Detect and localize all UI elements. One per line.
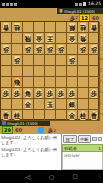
sente-player-icon bbox=[2, 121, 6, 125]
board-square[interactable]: 歩 bbox=[1, 88, 12, 99]
adjourn-button[interactable]: 中断 bbox=[78, 135, 91, 143]
board-square[interactable] bbox=[78, 77, 89, 88]
gote-piece-王[interactable]: 王 bbox=[46, 34, 54, 44]
board-square[interactable]: 金 bbox=[34, 33, 45, 44]
sente-piece-歩[interactable]: 歩 bbox=[90, 89, 98, 99]
board-square[interactable] bbox=[89, 66, 100, 77]
sente-byoyomi: 60 bbox=[14, 127, 23, 133]
app-screen: 16:25 ShogiL02 (1500) 歩 2 12 60 香桂銀桂香飛金王… bbox=[0, 0, 103, 183]
board-square[interactable] bbox=[34, 22, 45, 33]
board-square[interactable]: 歩 bbox=[12, 88, 23, 99]
gote-piece-桂[interactable]: 桂 bbox=[79, 23, 87, 33]
gote-piece-銀[interactable]: 銀 bbox=[68, 23, 76, 33]
board-square[interactable] bbox=[12, 99, 23, 110]
gote-clock-row: 歩 2 12 60 bbox=[0, 14, 103, 21]
board-square[interactable] bbox=[1, 33, 12, 44]
spectators-label: 観戦者 bbox=[64, 146, 77, 151]
battery-icon bbox=[83, 2, 86, 6]
gote-piece-飛[interactable]: 飛 bbox=[24, 34, 32, 44]
gote-piece-金[interactable]: 金 bbox=[68, 34, 76, 44]
board-square[interactable] bbox=[56, 22, 67, 33]
sente-hand-piece: 歩 bbox=[48, 127, 53, 133]
notification-icon bbox=[2, 3, 5, 6]
shogi-board[interactable]: 香桂銀桂香飛金王金角歩歩歩歩歩歩歩歩歩飛歩歩角歩歩歩歩歩金玉銀香桂金桂香 bbox=[0, 21, 99, 120]
sente-clock-row: 29 60 歩 2 bbox=[0, 126, 103, 134]
gote-hand-piece: 歩 bbox=[70, 15, 75, 21]
gote-piece-香[interactable]: 香 bbox=[90, 23, 98, 33]
board-square[interactable]: 桂 bbox=[12, 22, 23, 33]
menu-icon[interactable]: ⋮ bbox=[97, 170, 102, 183]
gote-piece-歩[interactable]: 歩 bbox=[90, 45, 98, 55]
gote-piece-角[interactable]: 角 bbox=[79, 34, 87, 44]
board-square[interactable]: 歩 bbox=[45, 44, 56, 55]
sente-piece-銀[interactable]: 銀 bbox=[68, 100, 76, 110]
board-square[interactable]: 香 bbox=[89, 22, 100, 33]
resign-button[interactable]: 投了 bbox=[63, 135, 76, 143]
board-area: 香桂銀桂香飛金王金角歩歩歩歩歩歩歩歩歩飛歩歩角歩歩歩歩歩金玉銀香桂金桂香 一二三… bbox=[0, 21, 103, 120]
board-square[interactable] bbox=[56, 99, 67, 110]
game-side-panel: 投了 中断 観戦者 1 mtriver bbox=[61, 134, 103, 170]
panel-icon-button[interactable] bbox=[92, 137, 97, 142]
clock-time: 16:25 bbox=[88, 0, 101, 8]
board-square[interactable] bbox=[89, 99, 100, 110]
gote-piece-icon bbox=[59, 9, 63, 13]
board-square[interactable] bbox=[34, 66, 45, 77]
sente-piece-歩[interactable]: 歩 bbox=[68, 89, 76, 99]
board-square[interactable]: 歩 bbox=[78, 44, 89, 55]
back-icon[interactable]: ◁ bbox=[25, 170, 30, 183]
gote-piece-歩[interactable]: 歩 bbox=[13, 56, 21, 66]
board-square[interactable]: 歩 bbox=[23, 44, 34, 55]
board-square[interactable]: 歩 bbox=[89, 88, 100, 99]
sente-main-clock: 29 bbox=[2, 126, 13, 134]
board-square[interactable]: 香 bbox=[1, 110, 12, 121]
board-square[interactable] bbox=[23, 66, 34, 77]
spectators-header: 観戦者 1 bbox=[62, 144, 103, 152]
board-square[interactable] bbox=[45, 22, 56, 33]
board-square[interactable]: 歩 bbox=[45, 88, 56, 99]
gote-piece-歩[interactable]: 歩 bbox=[57, 45, 65, 55]
sente-piece-歩[interactable]: 歩 bbox=[13, 89, 21, 99]
board-square[interactable] bbox=[45, 66, 56, 77]
sente-piece-飛[interactable]: 飛 bbox=[13, 78, 21, 88]
board-square[interactable] bbox=[45, 110, 56, 121]
notification-icon bbox=[10, 3, 13, 6]
board-square[interactable] bbox=[78, 66, 89, 77]
sente-piece-金[interactable]: 金 bbox=[68, 111, 76, 121]
sente-hand-count: 2 bbox=[53, 128, 56, 133]
board-square[interactable]: 金 bbox=[23, 99, 34, 110]
board-square[interactable]: 飛 bbox=[12, 77, 23, 88]
board-square[interactable] bbox=[34, 77, 45, 88]
wifi-icon bbox=[75, 3, 78, 6]
gote-hand-count: 2 bbox=[76, 15, 79, 20]
board-square[interactable] bbox=[34, 99, 45, 110]
board-square[interactable]: 王 bbox=[45, 33, 56, 44]
gote-hand: 歩 2 bbox=[70, 15, 78, 21]
gote-piece-金[interactable]: 金 bbox=[35, 34, 43, 44]
board-square[interactable]: 桂 bbox=[12, 110, 23, 121]
board-square[interactable] bbox=[78, 99, 89, 110]
board-square[interactable] bbox=[67, 44, 78, 55]
board-square[interactable]: 桂 bbox=[78, 110, 89, 121]
gote-piece-桂[interactable]: 桂 bbox=[13, 23, 21, 33]
board-square[interactable]: 歩 bbox=[89, 44, 100, 55]
board-square[interactable] bbox=[56, 33, 67, 44]
board-square[interactable]: 歩 bbox=[67, 55, 78, 66]
board-square[interactable]: 歩 bbox=[12, 55, 23, 66]
panel-icon-button[interactable] bbox=[98, 137, 103, 142]
board-square[interactable] bbox=[23, 110, 34, 121]
sente-hand[interactable]: 歩 2 bbox=[48, 127, 56, 133]
board-square[interactable] bbox=[56, 55, 67, 66]
sente-piece-角[interactable]: 角 bbox=[24, 89, 32, 99]
board-square[interactable] bbox=[23, 77, 34, 88]
board-square[interactable] bbox=[23, 22, 34, 33]
signal-icon bbox=[79, 3, 82, 6]
board-square[interactable]: 金 bbox=[67, 33, 78, 44]
android-nav-bar: ◁ ○ ▢ ⋮ bbox=[0, 170, 103, 183]
chat-message: ShogiL02: よろしくお願い致します。 bbox=[1, 135, 60, 145]
gote-byoyomi: 60 bbox=[91, 15, 100, 21]
board-square[interactable]: 玉 bbox=[45, 99, 56, 110]
board-square[interactable]: 歩 bbox=[34, 88, 45, 99]
sente-piece-歩[interactable]: 歩 bbox=[46, 89, 54, 99]
chat-log[interactable]: ShogiL02: よろしくお願い致します。 ShogiL01: よろしくお願い… bbox=[0, 134, 61, 170]
sente-piece-歩[interactable]: 歩 bbox=[35, 89, 43, 99]
board-square[interactable] bbox=[23, 55, 34, 66]
board-square[interactable] bbox=[78, 88, 89, 99]
home-icon[interactable]: ○ bbox=[49, 170, 54, 183]
sente-piece-香[interactable]: 香 bbox=[2, 111, 10, 121]
board-square[interactable] bbox=[56, 77, 67, 88]
board-square[interactable] bbox=[89, 55, 100, 66]
board-square[interactable] bbox=[89, 77, 100, 88]
board-square[interactable]: 香 bbox=[89, 110, 100, 121]
sente-piece-歩[interactable]: 歩 bbox=[2, 89, 10, 99]
gote-piece-歩[interactable]: 歩 bbox=[79, 45, 87, 55]
board-square[interactable] bbox=[56, 110, 67, 121]
board-square[interactable] bbox=[67, 66, 78, 77]
board-square[interactable]: 飛 bbox=[23, 33, 34, 44]
board-square[interactable]: 銀 bbox=[67, 99, 78, 110]
sente-player-name: ShogiL01 (1500) bbox=[7, 121, 38, 126]
gote-piece-歩[interactable]: 歩 bbox=[24, 45, 32, 55]
board-square[interactable]: 歩 bbox=[56, 88, 67, 99]
sente-piece-香[interactable]: 香 bbox=[90, 111, 98, 121]
board-square[interactable]: 角 bbox=[23, 88, 34, 99]
gote-piece-歩[interactable]: 歩 bbox=[35, 45, 43, 55]
spectators-count: 1 bbox=[98, 146, 101, 151]
board-square[interactable] bbox=[67, 77, 78, 88]
gote-piece-歩[interactable]: 歩 bbox=[2, 45, 10, 55]
share-bird-icon[interactable] bbox=[38, 127, 44, 133]
board-square[interactable] bbox=[1, 55, 12, 66]
board-square[interactable] bbox=[12, 66, 23, 77]
board-square[interactable] bbox=[45, 55, 56, 66]
android-status-bar: 16:25 bbox=[0, 0, 103, 8]
board-square[interactable]: 歩 bbox=[1, 44, 12, 55]
chat-message: ShogiL01: よろしくお願い致します。 bbox=[1, 147, 60, 157]
sente-piece-桂[interactable]: 桂 bbox=[79, 111, 87, 121]
board-square[interactable]: 桂 bbox=[78, 22, 89, 33]
sente-piece-玉[interactable]: 玉 bbox=[46, 100, 54, 110]
board-square[interactable] bbox=[89, 33, 100, 44]
spectator-list[interactable]: mtriver bbox=[62, 152, 103, 170]
board-square[interactable] bbox=[45, 77, 56, 88]
board-square[interactable]: 金 bbox=[67, 110, 78, 121]
board-square[interactable] bbox=[56, 66, 67, 77]
notification-icon bbox=[14, 3, 17, 6]
gote-piece-歩[interactable]: 歩 bbox=[46, 45, 54, 55]
sente-piece-金[interactable]: 金 bbox=[24, 100, 32, 110]
board-square[interactable] bbox=[34, 55, 45, 66]
recents-icon[interactable]: ▢ bbox=[73, 170, 78, 183]
board-square[interactable]: 歩 bbox=[34, 44, 45, 55]
spectator-name: mtriver bbox=[64, 153, 101, 158]
board-square[interactable]: 歩 bbox=[56, 44, 67, 55]
gote-piece-歩[interactable]: 歩 bbox=[68, 56, 76, 66]
board-square[interactable] bbox=[78, 55, 89, 66]
board-square[interactable] bbox=[12, 33, 23, 44]
board-square[interactable]: 歩 bbox=[67, 88, 78, 99]
board-square[interactable] bbox=[1, 66, 12, 77]
board-square[interactable] bbox=[1, 99, 12, 110]
board-square[interactable] bbox=[34, 110, 45, 121]
board-square[interactable] bbox=[1, 77, 12, 88]
board-square[interactable]: 角 bbox=[78, 33, 89, 44]
board-square[interactable]: 銀 bbox=[67, 22, 78, 33]
notification-icon bbox=[6, 3, 9, 6]
sente-piece-歩[interactable]: 歩 bbox=[57, 89, 65, 99]
board-square[interactable]: 香 bbox=[1, 22, 12, 33]
sente-piece-桂[interactable]: 桂 bbox=[13, 111, 21, 121]
board-square[interactable] bbox=[12, 44, 23, 55]
gote-piece-香[interactable]: 香 bbox=[2, 23, 10, 33]
